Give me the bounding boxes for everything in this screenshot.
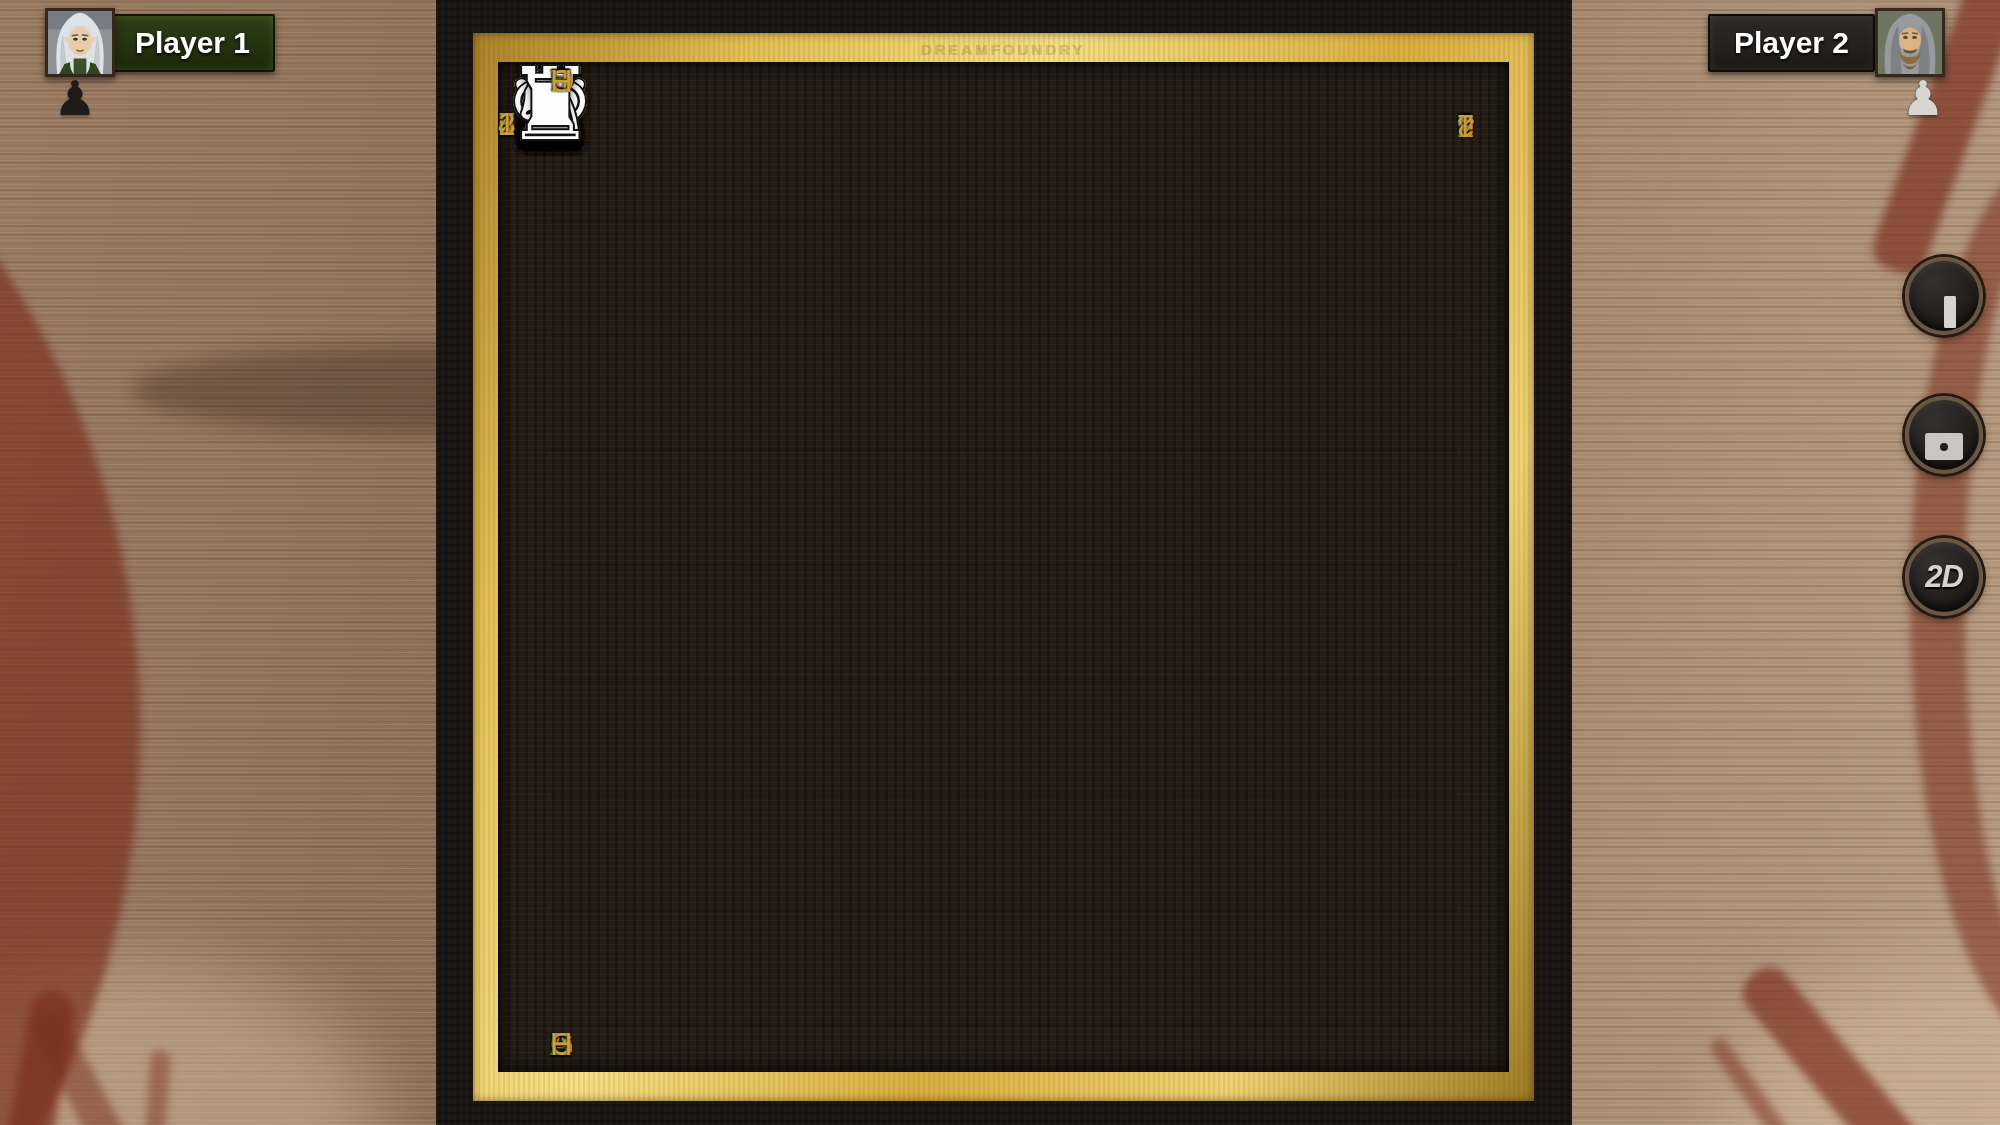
- player2-nameplate: Player 2: [1708, 14, 1875, 72]
- board-grid: ♜♞♝♚♝♞♜♟♟♟♟♟♟♟♛♟♟♟♟♟♟♟♜♞♝♛♚♝♞♜: [550, 107, 1457, 1027]
- player2-name: Player 2: [1734, 26, 1849, 60]
- game-screen: DREAMFOUNDRYDREAMFOUNDRYDREAMFOUNDRYDREA…: [0, 0, 2000, 1125]
- lock-button[interactable]: [1905, 396, 1983, 474]
- red-ring-left: [0, 0, 140, 1125]
- gold-watermark: DREAMFOUNDRYDREAMFOUNDRYDREAMFOUNDRYDREA…: [503, 36, 1503, 62]
- red-stroke: [1734, 958, 2000, 1125]
- player2-avatar: [1875, 8, 1945, 77]
- player1-nameplate: Player 1: [110, 14, 275, 72]
- player1-name: Player 1: [135, 26, 250, 60]
- piece-white-rook[interactable]: ♜: [505, 55, 595, 155]
- red-stroke: [139, 1050, 171, 1125]
- view-2d-icon: 2D: [1925, 559, 1963, 595]
- pause-button[interactable]: [1905, 257, 1983, 335]
- player2-avatar-image: [1878, 11, 1942, 74]
- watermark-text: DREAMFOUNDRY: [921, 41, 1086, 58]
- player1-avatar: [45, 8, 115, 77]
- view-2d-button[interactable]: 2D: [1905, 538, 1983, 616]
- player1-avatar-image: [48, 11, 112, 74]
